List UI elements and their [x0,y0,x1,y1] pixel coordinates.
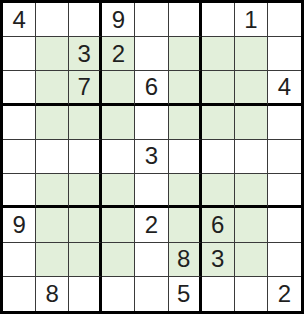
cell-r1c3[interactable] [69,3,102,37]
cell-r8c3[interactable] [69,243,102,277]
cell-r7c5[interactable]: 2 [135,208,168,242]
cell-r7c1[interactable]: 9 [3,208,36,242]
cell-r7c3[interactable] [69,208,102,242]
given-digit: 4 [278,75,291,99]
sudoku-page: 49132764392683852 [0,0,304,320]
cell-r3c2[interactable] [36,71,69,105]
cell-r7c9[interactable] [268,208,301,242]
cell-r8c9[interactable] [268,243,301,277]
cell-r5c9[interactable] [268,140,301,174]
cell-r4c9[interactable] [268,106,301,140]
cell-r9c2[interactable]: 8 [36,277,69,311]
cell-r1c8[interactable]: 1 [235,3,268,37]
cell-r5c6[interactable] [169,140,202,174]
cell-r5c3[interactable] [69,140,102,174]
cell-r3c8[interactable] [235,71,268,105]
cell-r8c4[interactable] [102,243,135,277]
cell-r2c4[interactable]: 2 [102,37,135,71]
cell-r2c3[interactable]: 3 [69,37,102,71]
cell-r8c2[interactable] [36,243,69,277]
cell-r4c1[interactable] [3,106,36,140]
cell-r5c7[interactable] [202,140,235,174]
cell-r4c6[interactable] [169,106,202,140]
cell-r9c3[interactable] [69,277,102,311]
cell-r5c8[interactable] [235,140,268,174]
cell-r1c2[interactable] [36,3,69,37]
cell-r7c6[interactable] [169,208,202,242]
given-digit: 8 [177,247,190,271]
cell-r9c5[interactable] [135,277,168,311]
cell-r4c3[interactable] [69,106,102,140]
cell-r8c1[interactable] [3,243,36,277]
cell-r7c8[interactable] [235,208,268,242]
sudoku-board: 49132764392683852 [0,0,304,314]
cell-r1c5[interactable] [135,3,168,37]
cell-r7c7[interactable]: 6 [202,208,235,242]
cell-r6c9[interactable] [268,174,301,208]
given-digit: 6 [211,213,224,237]
cell-r3c3[interactable]: 7 [69,71,102,105]
given-digit: 3 [211,247,224,271]
cell-r3c7[interactable] [202,71,235,105]
given-digit: 8 [45,282,58,306]
given-digit: 9 [12,213,25,237]
cell-r9c9[interactable]: 2 [268,277,301,311]
cell-r5c4[interactable] [102,140,135,174]
given-digit: 2 [112,42,125,66]
cell-r6c4[interactable] [102,174,135,208]
given-digit: 1 [244,8,257,32]
given-digit: 2 [278,282,291,306]
cell-r4c8[interactable] [235,106,268,140]
cell-r1c1[interactable]: 4 [3,3,36,37]
cell-r5c5[interactable]: 3 [135,140,168,174]
cell-r4c7[interactable] [202,106,235,140]
given-digit: 3 [145,144,158,168]
cell-r4c4[interactable] [102,106,135,140]
cell-r2c9[interactable] [268,37,301,71]
cell-r3c5[interactable]: 6 [135,71,168,105]
given-digit: 6 [145,75,158,99]
cell-r1c6[interactable] [169,3,202,37]
cell-r3c9[interactable]: 4 [268,71,301,105]
cell-r1c4[interactable]: 9 [102,3,135,37]
cell-r2c1[interactable] [3,37,36,71]
cell-r3c4[interactable] [102,71,135,105]
cell-r4c5[interactable] [135,106,168,140]
given-digit: 7 [78,75,91,99]
cell-r6c7[interactable] [202,174,235,208]
cell-r7c4[interactable] [102,208,135,242]
cell-r6c8[interactable] [235,174,268,208]
cell-r6c1[interactable] [3,174,36,208]
given-digit: 9 [112,8,125,32]
cell-r6c2[interactable] [36,174,69,208]
cell-r2c2[interactable] [36,37,69,71]
cell-r5c2[interactable] [36,140,69,174]
cell-r6c6[interactable] [169,174,202,208]
cell-r3c6[interactable] [169,71,202,105]
cell-r2c6[interactable] [169,37,202,71]
given-digit: 2 [145,213,158,237]
cell-r8c8[interactable] [235,243,268,277]
given-digit: 5 [177,282,190,306]
cell-r9c6[interactable]: 5 [169,277,202,311]
cell-r1c7[interactable] [202,3,235,37]
cell-r6c5[interactable] [135,174,168,208]
given-digit: 3 [78,42,91,66]
cell-r2c7[interactable] [202,37,235,71]
cell-r2c8[interactable] [235,37,268,71]
cell-r9c4[interactable] [102,277,135,311]
cell-r8c7[interactable]: 3 [202,243,235,277]
cell-r8c5[interactable] [135,243,168,277]
cell-r5c1[interactable] [3,140,36,174]
cell-r1c9[interactable] [268,3,301,37]
cell-r2c5[interactable] [135,37,168,71]
cell-r9c8[interactable] [235,277,268,311]
cell-r3c1[interactable] [3,71,36,105]
cell-r8c6[interactable]: 8 [169,243,202,277]
cell-r9c7[interactable] [202,277,235,311]
cell-r6c3[interactable] [69,174,102,208]
given-digit: 4 [12,8,25,32]
cell-r9c1[interactable] [3,277,36,311]
cell-r7c2[interactable] [36,208,69,242]
cell-r4c2[interactable] [36,106,69,140]
